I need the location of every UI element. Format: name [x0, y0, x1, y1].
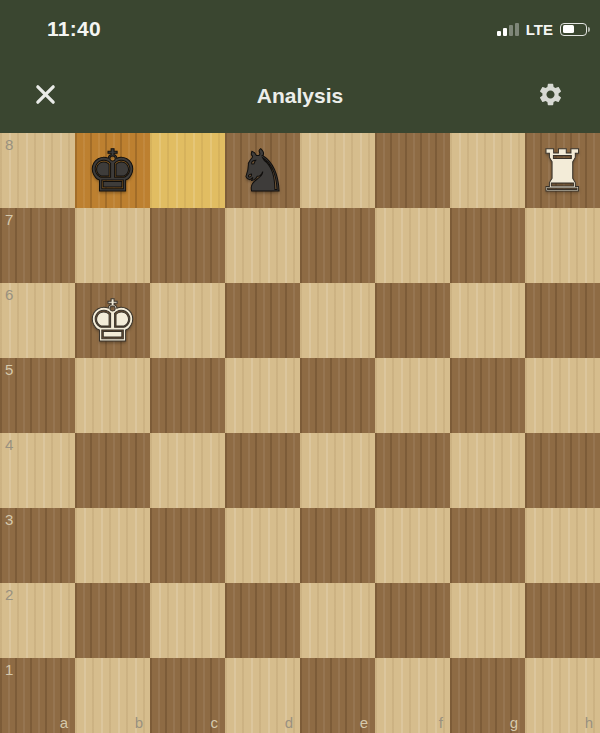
square-d5[interactable] — [225, 358, 300, 433]
square-a1[interactable]: 1a — [0, 658, 75, 733]
status-time: 11:40 — [47, 17, 101, 41]
nav-bar: Analysis — [0, 58, 600, 133]
square-g5[interactable] — [450, 358, 525, 433]
settings-button[interactable] — [529, 73, 572, 119]
square-g1[interactable]: g — [450, 658, 525, 733]
square-b6[interactable]: ♚ — [75, 283, 150, 358]
square-g7[interactable] — [450, 208, 525, 283]
square-e2[interactable] — [300, 583, 375, 658]
square-c5[interactable] — [150, 358, 225, 433]
square-b2[interactable] — [75, 583, 150, 658]
signal-strength-icon — [497, 23, 519, 36]
square-f8[interactable] — [375, 133, 450, 208]
chess-board: 8♚♞♜76♚54321abcdefgh — [0, 133, 600, 733]
square-d6[interactable] — [225, 283, 300, 358]
square-c1[interactable]: c — [150, 658, 225, 733]
battery-fill — [563, 25, 574, 33]
square-d8[interactable]: ♞ — [225, 133, 300, 208]
square-h7[interactable] — [525, 208, 600, 283]
file-label-g: g — [510, 715, 518, 730]
piece-black-knight-d8[interactable]: ♞ — [225, 133, 300, 208]
piece-black-king-b8[interactable]: ♚ — [75, 133, 150, 208]
square-h8[interactable]: ♜ — [525, 133, 600, 208]
square-b5[interactable] — [75, 358, 150, 433]
square-e8[interactable] — [300, 133, 375, 208]
square-b7[interactable] — [75, 208, 150, 283]
square-e7[interactable] — [300, 208, 375, 283]
square-a7[interactable]: 7 — [0, 208, 75, 283]
square-g8[interactable] — [450, 133, 525, 208]
square-a8[interactable]: 8 — [0, 133, 75, 208]
square-e4[interactable] — [300, 433, 375, 508]
square-f5[interactable] — [375, 358, 450, 433]
square-e5[interactable] — [300, 358, 375, 433]
square-d2[interactable] — [225, 583, 300, 658]
square-b1[interactable]: b — [75, 658, 150, 733]
rank-label-2: 2 — [5, 587, 13, 602]
rank-label-1: 1 — [5, 662, 13, 677]
square-b8[interactable]: ♚ — [75, 133, 150, 208]
square-a3[interactable]: 3 — [0, 508, 75, 583]
file-label-e: e — [360, 715, 368, 730]
square-h2[interactable] — [525, 583, 600, 658]
square-f1[interactable]: f — [375, 658, 450, 733]
rank-label-7: 7 — [5, 212, 13, 227]
square-c8[interactable] — [150, 133, 225, 208]
piece-white-king-b6[interactable]: ♚ — [75, 283, 150, 358]
square-f2[interactable] — [375, 583, 450, 658]
square-f3[interactable] — [375, 508, 450, 583]
square-a6[interactable]: 6 — [0, 283, 75, 358]
square-b3[interactable] — [75, 508, 150, 583]
square-h4[interactable] — [525, 433, 600, 508]
square-d7[interactable] — [225, 208, 300, 283]
square-f7[interactable] — [375, 208, 450, 283]
square-g4[interactable] — [450, 433, 525, 508]
rank-label-4: 4 — [5, 437, 13, 452]
rank-label-6: 6 — [5, 287, 13, 302]
square-d3[interactable] — [225, 508, 300, 583]
rank-label-3: 3 — [5, 512, 13, 527]
phone-screen: 11:40 LTE Analysis — [0, 0, 600, 733]
square-a2[interactable]: 2 — [0, 583, 75, 658]
square-c6[interactable] — [150, 283, 225, 358]
square-g3[interactable] — [450, 508, 525, 583]
square-f4[interactable] — [375, 433, 450, 508]
file-label-b: b — [135, 715, 143, 730]
close-icon — [34, 83, 57, 109]
network-type-label: LTE — [526, 21, 553, 38]
square-c2[interactable] — [150, 583, 225, 658]
square-e1[interactable]: e — [300, 658, 375, 733]
square-d1[interactable]: d — [225, 658, 300, 733]
square-h3[interactable] — [525, 508, 600, 583]
close-button[interactable] — [26, 75, 65, 117]
piece-white-rook-h8[interactable]: ♜ — [525, 133, 600, 208]
square-h6[interactable] — [525, 283, 600, 358]
square-c4[interactable] — [150, 433, 225, 508]
status-right-cluster: LTE — [497, 21, 590, 38]
square-h1[interactable]: h — [525, 658, 600, 733]
file-label-h: h — [585, 715, 593, 730]
square-a4[interactable]: 4 — [0, 433, 75, 508]
file-label-c: c — [211, 715, 219, 730]
square-d4[interactable] — [225, 433, 300, 508]
square-e3[interactable] — [300, 508, 375, 583]
rank-label-8: 8 — [5, 137, 13, 152]
gear-icon — [537, 81, 564, 111]
file-label-d: d — [285, 715, 293, 730]
square-f6[interactable] — [375, 283, 450, 358]
square-c7[interactable] — [150, 208, 225, 283]
file-label-a: a — [60, 715, 68, 730]
file-label-f: f — [439, 715, 443, 730]
square-h5[interactable] — [525, 358, 600, 433]
square-a5[interactable]: 5 — [0, 358, 75, 433]
page-title: Analysis — [0, 84, 600, 108]
square-e6[interactable] — [300, 283, 375, 358]
status-bar: 11:40 LTE — [0, 0, 600, 58]
square-g2[interactable] — [450, 583, 525, 658]
square-g6[interactable] — [450, 283, 525, 358]
battery-icon — [560, 23, 587, 36]
square-c3[interactable] — [150, 508, 225, 583]
rank-label-5: 5 — [5, 362, 13, 377]
square-b4[interactable] — [75, 433, 150, 508]
